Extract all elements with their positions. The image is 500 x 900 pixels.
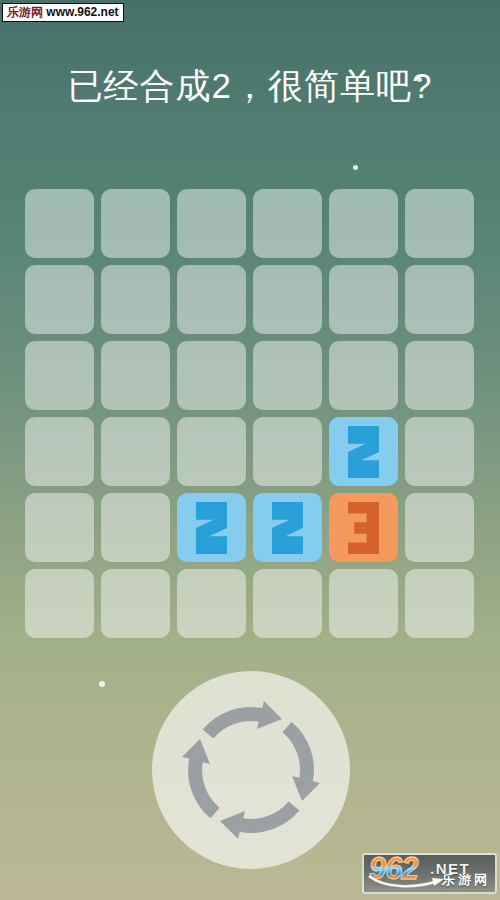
board-cell-r2c2 xyxy=(177,341,246,410)
board-cell-r1c2 xyxy=(177,265,246,334)
site-watermark-top: 乐游网 www.962.net xyxy=(2,3,124,22)
board-cell-r0c2 xyxy=(177,189,246,258)
board-cell-r1c5 xyxy=(405,265,474,334)
background-particle-3 xyxy=(99,681,105,687)
board-cell-r5c4 xyxy=(329,569,398,638)
tile-2[interactable] xyxy=(177,493,246,562)
tile-2[interactable] xyxy=(329,417,398,486)
board-cell-r0c5 xyxy=(405,189,474,258)
board-cell-r3c1 xyxy=(101,417,170,486)
site-watermark-badge: 962 .NET 乐游网 xyxy=(362,853,497,894)
board-cell-r3c0 xyxy=(25,417,94,486)
board-cell-r1c0 xyxy=(25,265,94,334)
board-cell-r1c4 xyxy=(329,265,398,334)
board-cell-r0c3 xyxy=(253,189,322,258)
site-watermark-url-text: www.962.net xyxy=(46,5,118,19)
tutorial-text: 已经合成2，很简单吧? xyxy=(0,63,500,110)
board-cell-r4c0 xyxy=(25,493,94,562)
site-watermark-name: 乐游网 xyxy=(7,5,43,19)
rotate-button-circle[interactable] xyxy=(152,671,350,869)
game-screen: 乐游网 www.962.net 已经合成2，很简单吧? 962 .NET 乐游网 xyxy=(0,0,500,900)
badge-swoosh-icon xyxy=(366,874,448,890)
board-cell-r5c5 xyxy=(405,569,474,638)
board-cell-r0c4 xyxy=(329,189,398,258)
board-cell-r4c5 xyxy=(405,493,474,562)
badge-site-name: 乐游网 xyxy=(442,871,490,889)
board-cell-r3c5 xyxy=(405,417,474,486)
digit-3-glyph xyxy=(348,502,379,554)
background-particle-1 xyxy=(417,77,422,82)
board-cell-r3c2 xyxy=(177,417,246,486)
background-particle-2 xyxy=(353,165,358,170)
digit-2-glyph xyxy=(348,426,379,478)
board-cell-r5c1 xyxy=(101,569,170,638)
board-grid xyxy=(25,189,474,638)
board-cell-r5c0 xyxy=(25,569,94,638)
board-cell-r5c2 xyxy=(177,569,246,638)
tile-3[interactable] xyxy=(329,493,398,562)
board-cell-r2c3 xyxy=(253,341,322,410)
board-cell-r2c1 xyxy=(101,341,170,410)
board-cell-r2c0 xyxy=(25,341,94,410)
digit-2-glyph xyxy=(272,502,303,554)
board-cell-r1c3 xyxy=(253,265,322,334)
board-cell-r0c0 xyxy=(25,189,94,258)
tile-2[interactable] xyxy=(253,493,322,562)
board-cell-r3c3 xyxy=(253,417,322,486)
board-cell-r5c3 xyxy=(253,569,322,638)
rotate-board-button[interactable] xyxy=(151,670,351,870)
board-cell-r4c1 xyxy=(101,493,170,562)
board-cell-r2c5 xyxy=(405,341,474,410)
board-cell-r2c4 xyxy=(329,341,398,410)
digit-2-glyph xyxy=(196,502,227,554)
board-cell-r0c1 xyxy=(101,189,170,258)
board-cell-r1c1 xyxy=(101,265,170,334)
